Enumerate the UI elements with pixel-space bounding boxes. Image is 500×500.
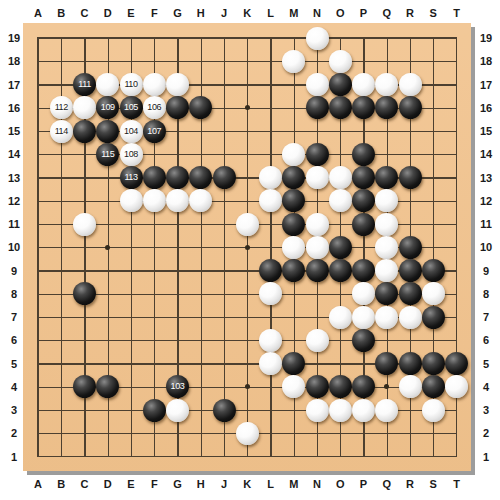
star-point-D10 xyxy=(105,245,110,250)
stone-white-D17 xyxy=(96,73,119,96)
stone-white-L8 xyxy=(259,282,282,305)
stone-black-S9 xyxy=(422,259,445,282)
column-label-G: G xyxy=(166,3,189,23)
row-label-6: 6 xyxy=(472,329,500,352)
stone-black-O4 xyxy=(329,375,352,398)
column-label-R: R xyxy=(398,3,421,23)
stone-white-O13 xyxy=(329,166,352,189)
stone-black-S7 xyxy=(422,306,445,329)
stone-black-G4: 103 xyxy=(166,375,189,398)
stone-black-M5 xyxy=(282,352,305,375)
stone-black-C8 xyxy=(73,282,96,305)
column-label-S: S xyxy=(422,472,445,496)
column-label-B: B xyxy=(50,472,73,496)
stone-white-M14 xyxy=(282,143,305,166)
stone-white-F16: 106 xyxy=(143,96,166,119)
stone-white-O7 xyxy=(329,306,352,329)
row-label-7: 7 xyxy=(472,305,500,328)
row-labels-right: 19181716151413121110987654321 xyxy=(472,26,500,468)
row-label-16: 16 xyxy=(472,96,500,119)
star-point-K4 xyxy=(245,384,250,389)
row-label-8: 8 xyxy=(472,282,500,305)
column-label-M: M xyxy=(282,472,305,496)
stone-black-S5 xyxy=(422,352,445,375)
row-label-4: 4 xyxy=(472,375,500,398)
stone-white-P3 xyxy=(352,399,375,422)
column-labels-bottom: ABCDEFGHJKLMNOPQRST xyxy=(26,472,468,496)
stone-white-R7 xyxy=(399,306,422,329)
stone-black-L9 xyxy=(259,259,282,282)
star-point-Q4 xyxy=(384,384,389,389)
stones-grid[interactable]: 111110112109105106114104107115108113103 xyxy=(26,26,468,468)
stone-white-C16 xyxy=(73,96,96,119)
stone-black-M13 xyxy=(282,166,305,189)
stone-white-M18 xyxy=(282,50,305,73)
column-label-A: A xyxy=(26,3,49,23)
stone-black-R5 xyxy=(399,352,422,375)
stone-white-L13 xyxy=(259,166,282,189)
stone-black-H13 xyxy=(189,166,212,189)
column-label-O: O xyxy=(329,3,352,23)
stone-white-L12 xyxy=(259,189,282,212)
stone-white-B15: 114 xyxy=(50,120,73,143)
stone-white-T4 xyxy=(445,375,468,398)
stone-white-G17 xyxy=(166,73,189,96)
stone-white-Q9 xyxy=(375,259,398,282)
stone-black-D16: 109 xyxy=(96,96,119,119)
column-label-P: P xyxy=(352,472,375,496)
stone-white-F17 xyxy=(143,73,166,96)
move-number-label-114: 114 xyxy=(55,127,68,136)
stone-white-N10 xyxy=(306,236,329,259)
stone-black-S4 xyxy=(422,375,445,398)
column-label-E: E xyxy=(119,3,142,23)
stone-black-O17 xyxy=(329,73,352,96)
row-label-19: 19 xyxy=(472,26,500,49)
go-board[interactable]: 111110112109105106114104107115108113103 xyxy=(23,23,471,471)
stone-black-P14 xyxy=(352,143,375,166)
stone-black-M9 xyxy=(282,259,305,282)
column-label-F: F xyxy=(143,472,166,496)
stone-black-J13 xyxy=(213,166,236,189)
stone-white-Q3 xyxy=(375,399,398,422)
stone-black-N14 xyxy=(306,143,329,166)
stone-black-R16 xyxy=(399,96,422,119)
stone-white-O12 xyxy=(329,189,352,212)
stone-black-P16 xyxy=(352,96,375,119)
stone-black-R8 xyxy=(399,282,422,305)
stone-black-P11 xyxy=(352,213,375,236)
column-label-D: D xyxy=(96,472,119,496)
stone-white-K11 xyxy=(236,213,259,236)
row-label-10: 10 xyxy=(472,236,500,259)
move-number-label-104: 104 xyxy=(124,127,138,136)
stone-black-M12 xyxy=(282,189,305,212)
stone-white-N17 xyxy=(306,73,329,96)
go-board-page: ABCDEFGHJKLMNOPQRST ABCDEFGHJKLMNOPQRST … xyxy=(0,0,500,500)
stone-white-O18 xyxy=(329,50,352,73)
stone-black-E16: 105 xyxy=(120,96,143,119)
stone-white-O3 xyxy=(329,399,352,422)
stone-black-O16 xyxy=(329,96,352,119)
stone-black-P12 xyxy=(352,189,375,212)
stone-white-K2 xyxy=(236,422,259,445)
move-number-label-103: 103 xyxy=(171,382,185,391)
stone-white-G12 xyxy=(166,189,189,212)
stone-white-M4 xyxy=(282,375,305,398)
stone-white-P8 xyxy=(352,282,375,305)
move-number-label-106: 106 xyxy=(147,103,161,112)
column-label-D: D xyxy=(96,3,119,23)
stone-black-G16 xyxy=(166,96,189,119)
move-number-label-113: 113 xyxy=(124,173,137,182)
stone-black-C17: 111 xyxy=(73,73,96,96)
stone-white-Q11 xyxy=(375,213,398,236)
column-label-Q: Q xyxy=(375,3,398,23)
stone-black-Q16 xyxy=(375,96,398,119)
stone-black-O9 xyxy=(329,259,352,282)
stone-white-F12 xyxy=(143,189,166,212)
stone-black-P9 xyxy=(352,259,375,282)
stone-white-H12 xyxy=(189,189,212,212)
stone-black-C4 xyxy=(73,375,96,398)
row-label-17: 17 xyxy=(472,73,500,96)
stone-black-N4 xyxy=(306,375,329,398)
move-number-label-110: 110 xyxy=(124,80,137,89)
row-label-5: 5 xyxy=(472,352,500,375)
stone-black-D4 xyxy=(96,375,119,398)
stone-white-B16: 112 xyxy=(50,96,73,119)
column-label-N: N xyxy=(305,472,328,496)
row-label-11: 11 xyxy=(472,212,500,235)
move-number-label-112: 112 xyxy=(55,103,68,112)
stone-black-Q13 xyxy=(375,166,398,189)
stone-white-R17 xyxy=(399,73,422,96)
stone-black-Q5 xyxy=(375,352,398,375)
column-label-H: H xyxy=(189,3,212,23)
stone-black-R9 xyxy=(399,259,422,282)
column-label-L: L xyxy=(259,3,282,23)
star-point-K16 xyxy=(245,105,250,110)
column-label-S: S xyxy=(422,3,445,23)
stone-white-E17: 110 xyxy=(120,73,143,96)
row-label-15: 15 xyxy=(472,119,500,142)
stone-black-J3 xyxy=(213,399,236,422)
stone-black-Q8 xyxy=(375,282,398,305)
column-label-Q: Q xyxy=(375,472,398,496)
stone-black-T5 xyxy=(445,352,468,375)
stone-white-N13 xyxy=(306,166,329,189)
stone-white-E15: 104 xyxy=(120,120,143,143)
column-label-G: G xyxy=(166,472,189,496)
stone-black-N9 xyxy=(306,259,329,282)
move-number-label-109: 109 xyxy=(101,103,115,112)
stone-white-Q12 xyxy=(375,189,398,212)
column-label-H: H xyxy=(189,472,212,496)
stone-white-S8 xyxy=(422,282,445,305)
stone-black-P6 xyxy=(352,329,375,352)
move-number-label-115: 115 xyxy=(101,150,114,159)
row-label-12: 12 xyxy=(472,189,500,212)
stone-white-L6 xyxy=(259,329,282,352)
stone-black-C15 xyxy=(73,120,96,143)
stone-white-L5 xyxy=(259,352,282,375)
row-label-2: 2 xyxy=(472,422,500,445)
stone-black-D15 xyxy=(96,120,119,143)
column-label-K: K xyxy=(236,3,259,23)
stone-white-Q10 xyxy=(375,236,398,259)
stone-black-F3 xyxy=(143,399,166,422)
move-number-label-111: 111 xyxy=(78,80,90,89)
column-label-K: K xyxy=(236,472,259,496)
stone-black-O10 xyxy=(329,236,352,259)
column-label-N: N xyxy=(305,3,328,23)
stone-white-E12 xyxy=(120,189,143,212)
column-label-C: C xyxy=(73,3,96,23)
stone-white-P17 xyxy=(352,73,375,96)
column-label-J: J xyxy=(212,472,235,496)
column-label-T: T xyxy=(445,3,468,23)
column-label-T: T xyxy=(445,472,468,496)
stone-white-G3 xyxy=(166,399,189,422)
stone-white-N3 xyxy=(306,399,329,422)
stone-black-M11 xyxy=(282,213,305,236)
stone-white-P7 xyxy=(352,306,375,329)
column-label-L: L xyxy=(259,472,282,496)
stone-white-N19 xyxy=(306,27,329,50)
stone-white-Q17 xyxy=(375,73,398,96)
column-label-R: R xyxy=(398,472,421,496)
stone-white-S3 xyxy=(422,399,445,422)
row-label-18: 18 xyxy=(472,50,500,73)
column-label-J: J xyxy=(212,3,235,23)
column-label-O: O xyxy=(329,472,352,496)
row-label-13: 13 xyxy=(472,166,500,189)
stone-white-E14: 108 xyxy=(120,143,143,166)
stone-white-N11 xyxy=(306,213,329,236)
stone-black-F13 xyxy=(143,166,166,189)
stone-white-C11 xyxy=(73,213,96,236)
stone-black-N16 xyxy=(306,96,329,119)
stone-white-N6 xyxy=(306,329,329,352)
stone-black-E13: 113 xyxy=(120,166,143,189)
stone-black-R13 xyxy=(399,166,422,189)
move-number-label-105: 105 xyxy=(124,103,138,112)
column-label-A: A xyxy=(26,472,49,496)
star-point-K10 xyxy=(245,245,250,250)
row-label-1: 1 xyxy=(472,445,500,468)
stone-white-R4 xyxy=(399,375,422,398)
move-number-label-108: 108 xyxy=(124,150,138,159)
stone-white-Q7 xyxy=(375,306,398,329)
column-label-B: B xyxy=(50,3,73,23)
row-label-14: 14 xyxy=(472,143,500,166)
column-label-M: M xyxy=(282,3,305,23)
stone-black-D14: 115 xyxy=(96,143,119,166)
column-labels-top: ABCDEFGHJKLMNOPQRST xyxy=(26,3,468,23)
stone-black-P4 xyxy=(352,375,375,398)
column-label-E: E xyxy=(119,472,142,496)
stone-black-H16 xyxy=(189,96,212,119)
row-label-9: 9 xyxy=(472,259,500,282)
stone-white-M10 xyxy=(282,236,305,259)
stone-black-P13 xyxy=(352,166,375,189)
stone-black-G13 xyxy=(166,166,189,189)
column-label-P: P xyxy=(352,3,375,23)
stone-black-F15: 107 xyxy=(143,120,166,143)
stone-black-R10 xyxy=(399,236,422,259)
column-label-F: F xyxy=(143,3,166,23)
row-label-3: 3 xyxy=(472,398,500,421)
column-label-C: C xyxy=(73,472,96,496)
move-number-label-107: 107 xyxy=(147,127,161,136)
